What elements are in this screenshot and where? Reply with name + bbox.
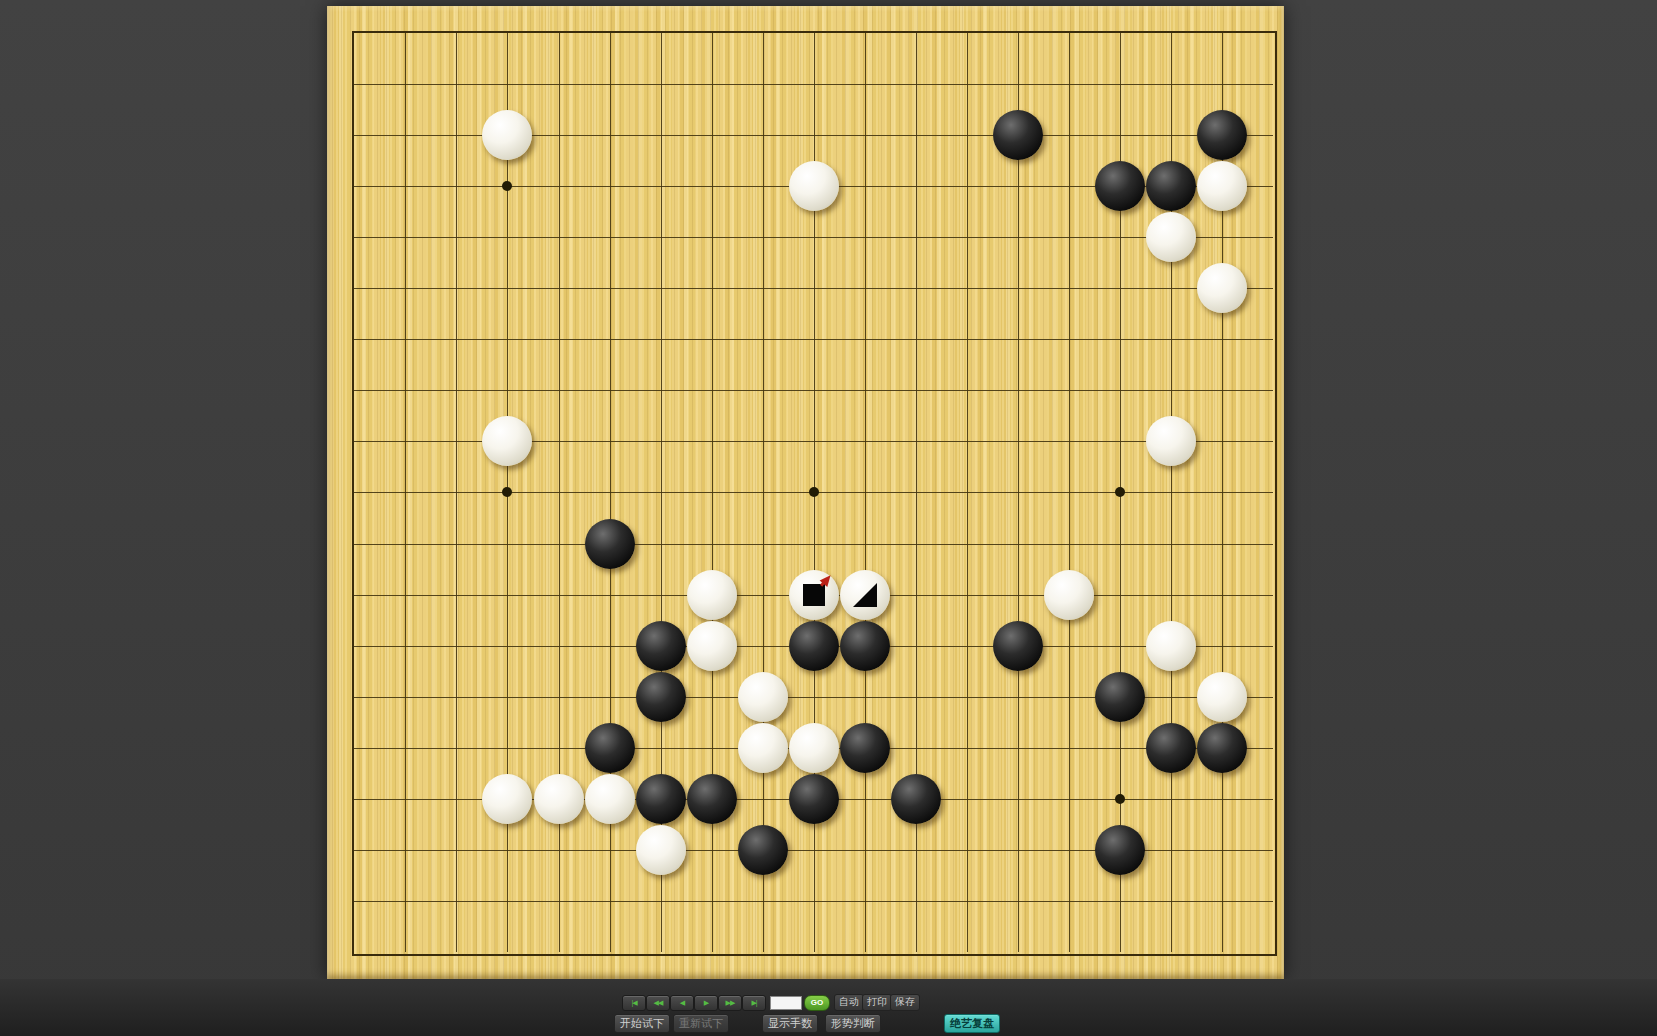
start-trial-button[interactable]: 开始试下 [614, 1014, 670, 1033]
stone-black [789, 621, 839, 671]
stone-black [1095, 672, 1145, 722]
star-point [1115, 794, 1125, 804]
grid-line-horizontal [354, 901, 1273, 902]
last-button[interactable]: ▶| [742, 995, 766, 1011]
stone-white [789, 161, 839, 211]
grid-line-vertical [967, 33, 968, 952]
back-button[interactable]: ◀ [670, 995, 694, 1011]
first-button[interactable]: |◀ [622, 995, 646, 1011]
stone-white [687, 570, 737, 620]
stone-white [482, 774, 532, 824]
stone-white [1197, 161, 1247, 211]
stone-white [534, 774, 584, 824]
stone-black [636, 774, 686, 824]
move-number-input[interactable] [770, 996, 802, 1010]
stone-black [789, 774, 839, 824]
auto-button[interactable]: 自动 [834, 994, 864, 1011]
stone-black [1197, 110, 1247, 160]
stone-white [1044, 570, 1094, 620]
grid-line-vertical [1018, 33, 1019, 952]
save-button[interactable]: 保存 [890, 994, 920, 1011]
show-move-numbers-button[interactable]: 显示手数 [762, 1014, 818, 1033]
go-button[interactable]: GO [804, 995, 830, 1011]
app-background: |◀◀◀◀▶▶▶▶| GO 自动打印保存 开始试下重新试下显示手数形势判断绝艺复… [0, 0, 1657, 1036]
stone-black [993, 110, 1043, 160]
fast-forward-button[interactable]: ▶▶ [718, 995, 742, 1011]
forward-button[interactable]: ▶ [694, 995, 718, 1011]
fast-back-button[interactable]: ◀◀ [646, 995, 670, 1011]
print-button[interactable]: 打印 [862, 994, 892, 1011]
stone-black [636, 621, 686, 671]
stone-white [1197, 672, 1247, 722]
stone-black [738, 825, 788, 875]
stone-black [840, 621, 890, 671]
stone-white [738, 672, 788, 722]
stone-white [636, 825, 686, 875]
stone-white [738, 723, 788, 773]
stone-white [687, 621, 737, 671]
control-bar: |◀◀◀◀▶▶▶▶| GO 自动打印保存 开始试下重新试下显示手数形势判断绝艺复… [0, 979, 1657, 1036]
stone-white [1146, 621, 1196, 671]
grid-line-vertical [1069, 33, 1070, 952]
stone-black [1146, 723, 1196, 773]
grid-line-horizontal [354, 544, 1273, 545]
stone-black [1095, 161, 1145, 211]
stone-black [891, 774, 941, 824]
grid-line-vertical [865, 33, 866, 952]
stone-black [1146, 161, 1196, 211]
stone-black [1197, 723, 1247, 773]
stone-black [687, 774, 737, 824]
stone-black [1095, 825, 1145, 875]
stone-black [840, 723, 890, 773]
stone-white [585, 774, 635, 824]
stone-white [789, 723, 839, 773]
stone-black [636, 672, 686, 722]
stone-white [1146, 212, 1196, 262]
stone-black [993, 621, 1043, 671]
stone-black [585, 723, 635, 773]
estimate-position-button[interactable]: 形势判断 [825, 1014, 881, 1033]
fineart-review-button[interactable]: 绝艺复盘 [944, 1014, 1000, 1033]
marker-triangle [853, 583, 877, 607]
stone-black [585, 519, 635, 569]
go-board[interactable] [327, 6, 1284, 979]
restart-trial-button: 重新试下 [673, 1014, 729, 1033]
